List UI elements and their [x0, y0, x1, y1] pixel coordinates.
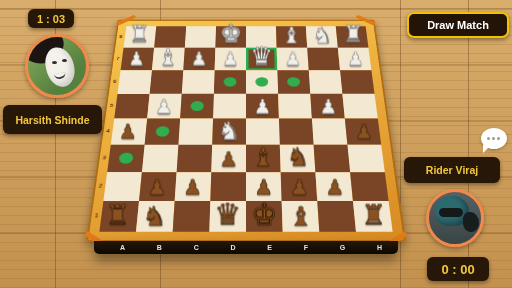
square-h2[interactable] — [350, 172, 389, 201]
rank-label-6: 6 — [111, 79, 118, 83]
black-pawn-b2[interactable]: ♟ — [139, 178, 175, 199]
square-b4[interactable] — [145, 119, 181, 145]
black-knight-b1[interactable]: ♞ — [136, 202, 173, 229]
file-label-d: D — [230, 244, 235, 251]
square-e4[interactable] — [246, 119, 280, 145]
square-c4[interactable] — [178, 119, 213, 145]
file-label-h: H — [377, 244, 382, 251]
white-pawn-c7[interactable]: ♟ — [183, 50, 214, 69]
file-label-e: E — [267, 244, 272, 251]
rider-glove — [463, 212, 479, 232]
square-g6[interactable] — [309, 70, 343, 94]
square-b6[interactable] — [150, 70, 184, 94]
square-h6[interactable] — [340, 70, 374, 94]
black-pawn-d3[interactable]: ♟ — [211, 149, 246, 170]
square-b2[interactable]: ♟ — [139, 172, 177, 201]
white-bishop-b7[interactable]: ♝ — [152, 46, 183, 69]
square-h1[interactable]: ♜ — [353, 201, 393, 232]
square-g2[interactable]: ♟ — [315, 172, 353, 201]
square-b5[interactable]: ♟ — [147, 94, 182, 119]
file-label-c: C — [194, 244, 199, 251]
square-f6[interactable] — [277, 70, 310, 94]
square-c3[interactable] — [177, 145, 213, 172]
black-queen-d1[interactable]: ♛ — [209, 200, 246, 230]
white-pawn-d7[interactable]: ♟ — [215, 50, 246, 69]
white-rook-a8[interactable]: ♜ — [124, 23, 155, 46]
square-b1[interactable]: ♞ — [136, 201, 175, 232]
square-c6[interactable] — [182, 70, 215, 94]
white-bishop-f8[interactable]: ♝ — [277, 24, 308, 46]
move-hint-b4[interactable] — [155, 126, 169, 137]
square-d4[interactable]: ♞ — [212, 119, 246, 145]
move-hint-f6[interactable] — [287, 77, 300, 87]
black-bishop-f1[interactable]: ♝ — [283, 202, 320, 229]
black-pawn-e2[interactable]: ♟ — [246, 178, 282, 199]
black-pawn-c2[interactable]: ♟ — [175, 178, 211, 199]
square-a8[interactable]: ♜ — [124, 26, 157, 47]
file-label-b: B — [157, 244, 162, 251]
chess-board: ♜♚♝♞♜♟♝♟♟♛♟♟♟♟♟♟♞♟♟♝♞♟♟♟♟♟♜♞♛♚♝♜ 8765432… — [86, 20, 406, 242]
black-bishop-e3[interactable]: ♝ — [246, 145, 281, 170]
white-queen-e7[interactable]: ♛ — [246, 43, 277, 68]
top-player-avatar — [25, 34, 89, 98]
square-a4[interactable]: ♟ — [111, 119, 147, 145]
square-h7[interactable]: ♟ — [338, 48, 372, 70]
move-hint-d6[interactable] — [224, 77, 237, 87]
square-a6[interactable] — [117, 70, 151, 94]
board-grid: ♜♚♝♞♜♟♝♟♟♛♟♟♟♟♟♟♞♟♟♝♞♟♟♟♟♟♜♞♛♚♝♜ — [99, 26, 392, 231]
square-g1[interactable] — [317, 201, 356, 232]
black-pawn-a4[interactable]: ♟ — [111, 122, 145, 142]
square-f7[interactable]: ♟ — [277, 48, 309, 70]
square-a3[interactable] — [107, 145, 144, 172]
black-pawn-g2[interactable]: ♟ — [317, 178, 353, 199]
square-d3[interactable]: ♟ — [211, 145, 246, 172]
chat-bubble-icon[interactable] — [481, 128, 507, 149]
square-h5[interactable] — [342, 94, 377, 119]
file-labels: ABCDEFGH — [94, 241, 398, 254]
square-c8[interactable] — [185, 26, 216, 47]
square-d5[interactable] — [213, 94, 246, 119]
white-knight-g8[interactable]: ♞ — [307, 24, 338, 46]
square-d1[interactable]: ♛ — [209, 201, 246, 232]
file-label-f: F — [304, 244, 308, 251]
top-player-name: Harsith Shinde — [3, 105, 102, 134]
square-d6[interactable] — [214, 70, 246, 94]
square-c7[interactable]: ♟ — [183, 48, 215, 70]
white-king-d8[interactable]: ♚ — [215, 21, 246, 46]
square-d8[interactable]: ♚ — [215, 26, 246, 47]
black-king-e1[interactable]: ♚ — [246, 200, 283, 230]
top-player-clock: 1 : 03 — [28, 9, 74, 28]
board-frame: ♜♚♝♞♜♟♝♟♟♛♟♟♟♟♟♟♞♟♟♝♞♟♟♟♟♟♜♞♛♚♝♜ 8765432… — [86, 20, 406, 242]
square-b3[interactable] — [142, 145, 179, 172]
square-h4[interactable]: ♟ — [345, 119, 381, 145]
square-f4[interactable] — [279, 119, 314, 145]
bottom-player-avatar — [426, 189, 484, 247]
square-a1[interactable]: ♜ — [99, 201, 139, 232]
square-h3[interactable] — [347, 145, 384, 172]
rank-label-5: 5 — [108, 103, 116, 108]
rider-visor — [439, 208, 463, 217]
rank-label-8: 8 — [117, 34, 124, 38]
square-e6[interactable] — [246, 70, 278, 94]
white-pawn-h7[interactable]: ♟ — [340, 50, 371, 69]
black-knight-f3[interactable]: ♞ — [281, 145, 316, 170]
black-rook-a1[interactable]: ♜ — [100, 201, 137, 229]
black-rook-h1[interactable]: ♜ — [356, 201, 393, 229]
mask-eye — [62, 59, 67, 62]
square-c2[interactable]: ♟ — [175, 172, 212, 201]
white-knight-d4[interactable]: ♞ — [212, 118, 246, 143]
square-b7[interactable]: ♝ — [152, 48, 185, 70]
square-g7[interactable] — [307, 48, 340, 70]
black-pawn-f2[interactable]: ♟ — [282, 178, 318, 199]
square-h8[interactable]: ♜ — [336, 26, 369, 47]
square-f2[interactable]: ♟ — [281, 172, 318, 201]
move-hint-c5[interactable] — [190, 101, 204, 111]
move-hint-a3[interactable] — [119, 153, 134, 164]
square-g4[interactable] — [312, 119, 348, 145]
file-label-g: G — [340, 244, 345, 251]
white-pawn-e5[interactable]: ♟ — [246, 97, 279, 117]
white-pawn-f7[interactable]: ♟ — [277, 50, 308, 69]
square-f8[interactable]: ♝ — [276, 26, 307, 47]
bottom-player-name: Rider Viraj — [404, 157, 500, 183]
square-d7[interactable]: ♟ — [215, 48, 246, 70]
rank-label-4: 4 — [104, 128, 112, 133]
draw-match-button[interactable]: Draw Match — [407, 12, 509, 38]
square-c5[interactable] — [180, 94, 214, 119]
square-e1[interactable]: ♚ — [246, 201, 283, 232]
square-f1[interactable]: ♝ — [282, 201, 320, 232]
game-screen: ♜♚♝♞♜♟♝♟♟♛♟♟♟♟♟♟♞♟♟♝♞♟♟♟♟♟♜♞♛♚♝♜ 8765432… — [0, 0, 512, 288]
rank-label-2: 2 — [96, 183, 104, 188]
rank-label-1: 1 — [92, 212, 101, 218]
move-hint-e6[interactable] — [255, 77, 268, 87]
square-a5[interactable] — [114, 94, 149, 119]
square-e5[interactable]: ♟ — [246, 94, 279, 119]
mask-eye — [52, 61, 57, 64]
square-c1[interactable] — [173, 201, 211, 232]
white-pawn-a7[interactable]: ♟ — [121, 50, 152, 69]
square-e7[interactable]: ♛ — [246, 48, 277, 70]
square-g5[interactable]: ♟ — [310, 94, 345, 119]
mask-face — [42, 45, 78, 90]
square-g3[interactable] — [314, 145, 351, 172]
white-rook-h8[interactable]: ♜ — [338, 23, 369, 46]
file-label-a: A — [120, 244, 125, 251]
rank-label-3: 3 — [100, 155, 108, 160]
square-e3[interactable]: ♝ — [246, 145, 281, 172]
white-pawn-g5[interactable]: ♟ — [312, 97, 345, 117]
black-pawn-h4[interactable]: ♟ — [347, 122, 381, 142]
square-a7[interactable]: ♟ — [121, 48, 155, 70]
bottom-player-clock: 0 : 00 — [427, 257, 489, 281]
square-f3[interactable]: ♞ — [280, 145, 316, 172]
square-a2[interactable] — [103, 172, 142, 201]
rank-label-7: 7 — [114, 56, 121, 60]
white-pawn-b5[interactable]: ♟ — [147, 97, 180, 117]
square-g8[interactable]: ♞ — [306, 26, 338, 47]
square-f5[interactable] — [278, 94, 312, 119]
